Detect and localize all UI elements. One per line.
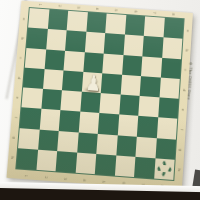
coordinate-label: e — [15, 96, 19, 98]
square-a5 — [23, 67, 44, 88]
square-a1 — [16, 148, 37, 170]
knight-icon: ♞ — [156, 165, 162, 171]
square-g8 — [144, 16, 165, 37]
square-c2 — [57, 131, 78, 153]
square-f5 — [120, 74, 141, 95]
square-d1 — [75, 152, 96, 174]
coordinate-label: d — [17, 76, 21, 78]
square-e3 — [98, 113, 119, 135]
square-e4 — [99, 93, 120, 115]
square-h6 — [160, 57, 181, 78]
square-h8 — [163, 18, 184, 39]
coordinate-label: 3 — [63, 177, 67, 180]
coordinate-label: 6 — [134, 10, 138, 12]
square-g4 — [138, 96, 159, 118]
square-d2 — [77, 132, 98, 154]
square-f6 — [122, 55, 143, 76]
white-pawn: ♟ — [85, 72, 102, 95]
square-c1 — [56, 151, 77, 173]
square-a3 — [20, 107, 41, 129]
square-g5 — [140, 76, 161, 97]
square-e5 — [101, 73, 122, 94]
square-e8 — [105, 14, 126, 35]
square-f3 — [117, 115, 138, 137]
square-b4 — [41, 89, 62, 111]
square-a4 — [21, 87, 42, 109]
square-a2 — [18, 128, 39, 150]
square-h4 — [158, 97, 179, 119]
square-c6 — [64, 50, 85, 71]
square-h1: ♞♞♞♞ — [154, 158, 175, 180]
coordinate-label: 6 — [122, 181, 126, 184]
coordinate-label: c — [184, 68, 188, 70]
knight-icon: ♞ — [166, 166, 172, 172]
coordinate-label: 3 — [77, 6, 81, 8]
coordinate-label: 1 — [25, 174, 29, 177]
coordinate-label: 4 — [83, 178, 87, 181]
coordinate-label: 4 — [96, 7, 100, 9]
square-c5 — [62, 70, 83, 91]
coordinate-label: f — [180, 128, 184, 129]
square-e7 — [104, 33, 125, 54]
coordinate-label: g — [179, 148, 183, 150]
coordinate-label: f — [14, 116, 18, 117]
coordinate-label: e — [181, 108, 185, 110]
coordinate-label: 2 — [58, 5, 62, 7]
square-a6 — [25, 48, 46, 69]
square-b6 — [44, 49, 65, 70]
coordinate-label: 2 — [44, 175, 48, 178]
square-d5: ♟ — [81, 72, 102, 93]
square-g2 — [135, 136, 156, 158]
coordinate-label: b — [20, 37, 24, 39]
photo-scene: 12345678 12345678 abcdefgh abcdefgh ♟♞♞♞… — [0, 0, 200, 200]
square-f8 — [124, 15, 145, 36]
square-f4 — [119, 95, 140, 117]
square-g7 — [142, 36, 163, 57]
coordinate-label: 5 — [102, 180, 106, 183]
coordinate-label: d — [182, 88, 186, 90]
square-d7 — [84, 32, 105, 53]
square-d8 — [86, 12, 107, 33]
square-h2 — [155, 138, 176, 160]
square-c8 — [67, 11, 88, 32]
square-f2 — [116, 135, 137, 157]
coordinate-label: a — [22, 17, 26, 19]
chess-board: 12345678 12345678 abcdefgh abcdefgh ♟♞♞♞… — [6, 1, 192, 191]
square-b5 — [43, 69, 64, 90]
square-f7 — [123, 35, 144, 56]
coordinate-label: c — [19, 56, 23, 58]
square-e2 — [96, 133, 117, 155]
coordinate-label: 5 — [115, 9, 119, 11]
square-g1 — [134, 157, 155, 179]
square-b7 — [46, 29, 67, 50]
square-c3 — [59, 110, 80, 132]
brand-diamond-logo: ♞♞♞♞ — [154, 158, 175, 180]
square-e6 — [102, 53, 123, 74]
square-e1 — [95, 154, 116, 176]
square-c4 — [60, 90, 81, 112]
square-f1 — [114, 155, 135, 177]
square-a8 — [28, 8, 49, 29]
board-grid: ♟♞♞♞♞ — [15, 7, 184, 181]
square-b8 — [47, 9, 68, 30]
square-b2 — [38, 129, 59, 151]
square-g3 — [137, 116, 158, 138]
coordinate-label: h — [177, 168, 181, 171]
square-g6 — [141, 56, 162, 77]
square-h5 — [159, 77, 180, 98]
coordinate-label: 7 — [153, 11, 157, 13]
square-h3 — [156, 117, 177, 139]
square-d3 — [78, 112, 99, 134]
square-h7 — [162, 38, 183, 59]
square-b3 — [39, 109, 60, 131]
coordinate-label: g — [12, 136, 16, 138]
coordinate-label: 8 — [172, 13, 176, 15]
square-c7 — [65, 31, 86, 52]
coordinate-label: 1 — [39, 3, 43, 5]
square-a7 — [26, 28, 47, 49]
coordinate-label: b — [185, 49, 189, 51]
coordinate-label: h — [10, 156, 14, 158]
square-b1 — [36, 149, 57, 171]
coordinate-label: a — [186, 29, 190, 31]
